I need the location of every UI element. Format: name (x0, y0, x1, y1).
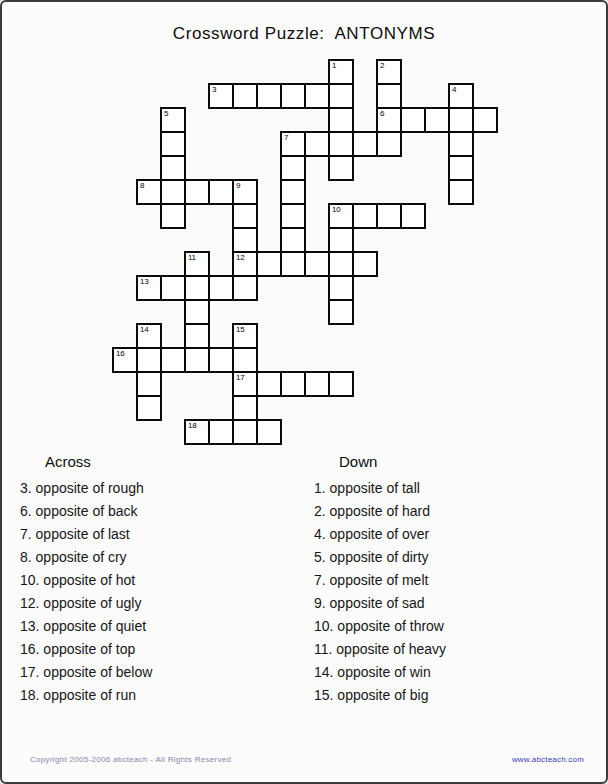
grid-cell[interactable]: 16 (112, 347, 138, 373)
grid-cell[interactable] (280, 83, 306, 109)
grid-cell[interactable]: 2 (376, 59, 402, 85)
cell-number: 18 (188, 421, 196, 431)
clue-item: 7. opposite of last (20, 523, 300, 546)
grid-cell[interactable]: 18 (184, 419, 210, 445)
cell-number: 7 (284, 133, 288, 143)
grid-cell[interactable] (448, 155, 474, 181)
grid-cell[interactable]: 15 (232, 323, 258, 349)
cell-number: 15 (236, 325, 244, 335)
grid-cell[interactable] (280, 155, 306, 181)
clue-item: 18. opposite of run (20, 684, 300, 707)
clue-item: 11. opposite of heavy (314, 638, 594, 661)
grid-cell[interactable] (352, 251, 378, 277)
grid-cell[interactable] (184, 275, 210, 301)
grid-cell[interactable] (400, 107, 426, 133)
grid-cell[interactable] (136, 395, 162, 421)
across-clue-list: 3. opposite of rough6. opposite of back7… (20, 477, 300, 707)
across-header: Across (45, 453, 300, 470)
grid-cell[interactable] (280, 227, 306, 253)
cell-number: 4 (452, 85, 456, 95)
cell-number: 1 (332, 61, 336, 71)
grid-cell[interactable]: 6 (376, 107, 402, 133)
grid-cell[interactable] (232, 419, 258, 445)
down-clues-section: Down 1. opposite of tall2. opposite of h… (314, 453, 594, 707)
clue-item: 2. opposite of hard (314, 500, 594, 523)
grid-cell[interactable] (352, 131, 378, 157)
grid-cell[interactable] (184, 299, 210, 325)
grid-cell[interactable] (328, 299, 354, 325)
clue-item: 4. opposite of over (314, 523, 594, 546)
cell-number: 8 (140, 181, 144, 191)
clue-item: 17. opposite of below (20, 661, 300, 684)
cell-number: 17 (236, 373, 244, 383)
clue-item: 10. opposite of throw (314, 615, 594, 638)
grid-cell[interactable]: 8 (136, 179, 162, 205)
clue-item: 15. opposite of big (314, 684, 594, 707)
grid-cell[interactable] (160, 131, 186, 157)
grid-cell[interactable] (136, 347, 162, 373)
grid-cell[interactable] (256, 83, 282, 109)
across-clues-section: Across 3. opposite of rough6. opposite o… (20, 453, 300, 707)
grid-cell[interactable]: 7 (280, 131, 306, 157)
grid-cell[interactable]: 5 (160, 107, 186, 133)
grid-cell[interactable]: 4 (448, 83, 474, 109)
grid-cell[interactable] (328, 107, 354, 133)
clue-item: 6. opposite of back (20, 500, 300, 523)
cell-number: 5 (164, 109, 168, 119)
clue-item: 1. opposite of tall (314, 477, 594, 500)
grid-cell[interactable] (376, 203, 402, 229)
clue-item: 14. opposite of win (314, 661, 594, 684)
grid-cell[interactable] (376, 131, 402, 157)
grid-cell[interactable] (328, 371, 354, 397)
grid-cell[interactable] (352, 203, 378, 229)
grid-cell[interactable] (304, 371, 330, 397)
grid-cell[interactable]: 1 (328, 59, 354, 85)
grid-cell[interactable] (328, 251, 354, 277)
grid-cell[interactable] (232, 227, 258, 253)
grid-cell[interactable] (280, 371, 306, 397)
cell-number: 3 (212, 85, 216, 95)
grid-cell[interactable] (232, 347, 258, 373)
cell-number: 11 (188, 253, 196, 263)
page-title: Crossword Puzzle: ANTONYMS (2, 24, 606, 44)
cell-number: 9 (236, 181, 240, 191)
grid-cell[interactable]: 13 (136, 275, 162, 301)
copyright-text: Copyright 2005-2006 abcteach - All Right… (30, 755, 231, 764)
grid-cell[interactable] (208, 347, 234, 373)
cell-number: 6 (380, 109, 384, 119)
grid-cell[interactable] (304, 131, 330, 157)
grid-cell[interactable] (256, 371, 282, 397)
website-link[interactable]: www.abcteach.com (512, 755, 584, 764)
grid-cell[interactable] (208, 419, 234, 445)
grid-cell[interactable] (232, 83, 258, 109)
cell-number: 10 (332, 205, 340, 215)
grid-cell[interactable] (448, 131, 474, 157)
down-header: Down (339, 453, 594, 470)
grid-cell[interactable]: 9 (232, 179, 258, 205)
clue-item: 8. opposite of cry (20, 546, 300, 569)
down-clue-list: 1. opposite of tall2. opposite of hard4.… (314, 477, 594, 707)
grid-cell[interactable] (232, 395, 258, 421)
clue-item: 13. opposite of quiet (20, 615, 300, 638)
clue-item: 3. opposite of rough (20, 477, 300, 500)
grid-cell[interactable] (232, 275, 258, 301)
grid-cell[interactable]: 12 (232, 251, 258, 277)
grid-cell[interactable] (160, 203, 186, 229)
clue-item: 12. opposite of ugly (20, 592, 300, 615)
grid-cell[interactable] (184, 323, 210, 349)
grid-cell[interactable] (136, 371, 162, 397)
clue-item: 5. opposite of dirty (314, 546, 594, 569)
grid-cell[interactable]: 14 (136, 323, 162, 349)
grid-cell[interactable] (280, 251, 306, 277)
grid-cell[interactable] (280, 203, 306, 229)
grid-cell[interactable] (160, 155, 186, 181)
grid-cell[interactable] (208, 179, 234, 205)
crossword-grid: 123456789101112131415161718 (112, 59, 498, 445)
grid-cell[interactable] (304, 251, 330, 277)
grid-cell[interactable] (424, 107, 450, 133)
cell-number: 12 (236, 253, 244, 263)
grid-cell[interactable] (232, 203, 258, 229)
cell-number: 16 (116, 349, 124, 359)
grid-cell[interactable] (160, 275, 186, 301)
grid-cell[interactable] (328, 131, 354, 157)
grid-cell[interactable] (448, 179, 474, 205)
grid-cell[interactable] (208, 275, 234, 301)
grid-cell[interactable] (280, 179, 306, 205)
worksheet-page: Crossword Puzzle: ANTONYMS 1234567891011… (0, 0, 608, 784)
cell-number: 2 (380, 61, 384, 71)
grid-cell[interactable] (472, 107, 498, 133)
clue-item: 7. opposite of melt (314, 569, 594, 592)
clue-item: 16. opposite of top (20, 638, 300, 661)
grid-cell[interactable] (256, 251, 282, 277)
grid-cell[interactable]: 10 (328, 203, 354, 229)
grid-cell[interactable]: 11 (184, 251, 210, 277)
grid-cell[interactable]: 3 (208, 83, 234, 109)
grid-cell[interactable] (184, 347, 210, 373)
cell-number: 13 (140, 277, 148, 287)
grid-cell[interactable] (160, 179, 186, 205)
cell-number: 14 (140, 325, 148, 335)
grid-cell[interactable] (328, 227, 354, 253)
clue-item: 9. opposite of sad (314, 592, 594, 615)
grid-cell[interactable] (376, 83, 402, 109)
grid-cell[interactable] (328, 275, 354, 301)
clue-item: 10. opposite of hot (20, 569, 300, 592)
grid-cell[interactable] (184, 179, 210, 205)
grid-cell[interactable] (448, 107, 474, 133)
grid-cell[interactable] (160, 347, 186, 373)
grid-cell[interactable] (304, 83, 330, 109)
grid-cell[interactable]: 17 (232, 371, 258, 397)
grid-cell[interactable] (328, 155, 354, 181)
grid-cell[interactable] (400, 203, 426, 229)
grid-cell[interactable] (328, 83, 354, 109)
grid-cell[interactable] (256, 419, 282, 445)
